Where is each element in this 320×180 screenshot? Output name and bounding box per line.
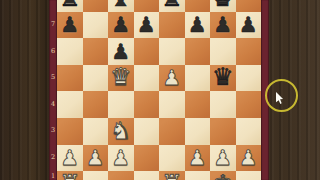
square-d6[interactable]: [134, 38, 160, 65]
square-d2[interactable]: [134, 145, 160, 172]
square-d1[interactable]: [134, 171, 160, 180]
white-rook-a1[interactable]: ♜: [59, 172, 81, 180]
square-d8[interactable]: [134, 0, 160, 12]
square-b2[interactable]: ♟: [83, 145, 109, 172]
rank-label-6: 6: [49, 48, 57, 55]
square-e3[interactable]: [159, 118, 185, 145]
square-g8[interactable]: ♚: [210, 0, 236, 12]
rank-label-7: 7: [49, 21, 57, 28]
square-c2[interactable]: ♟: [108, 145, 134, 172]
square-b8[interactable]: [83, 0, 109, 12]
square-f5[interactable]: [185, 65, 211, 92]
square-a6[interactable]: [57, 38, 83, 65]
black-pawn-f7[interactable]: ♟: [188, 15, 207, 36]
square-h1[interactable]: [236, 171, 262, 180]
rank-label-8: 8: [49, 0, 57, 1]
square-d4[interactable]: [134, 91, 160, 118]
square-e6[interactable]: [159, 38, 185, 65]
white-queen-c5[interactable]: ♛: [110, 65, 132, 89]
white-pawn-h2[interactable]: ♟: [239, 148, 258, 169]
white-pawn-e5[interactable]: ♟: [162, 68, 181, 89]
square-g6[interactable]: [210, 38, 236, 65]
square-f6[interactable]: [185, 38, 211, 65]
square-g1[interactable]: ♚: [210, 171, 236, 180]
square-h7[interactable]: ♟: [236, 12, 262, 39]
square-f7[interactable]: ♟: [185, 12, 211, 39]
square-h8[interactable]: [236, 0, 262, 12]
square-e2[interactable]: [159, 145, 185, 172]
square-g2[interactable]: ♟: [210, 145, 236, 172]
square-b4[interactable]: [83, 91, 109, 118]
square-a1[interactable]: ♜: [57, 171, 83, 180]
white-pawn-b2[interactable]: ♟: [86, 148, 105, 169]
rank-label-5: 5: [49, 74, 57, 81]
square-c7[interactable]: ♟: [108, 12, 134, 39]
rank-label-4: 4: [49, 101, 57, 108]
square-g5[interactable]: ♛: [210, 65, 236, 92]
square-c3[interactable]: ♞: [108, 118, 134, 145]
square-h2[interactable]: ♟: [236, 145, 262, 172]
square-a4[interactable]: [57, 91, 83, 118]
square-f8[interactable]: [185, 0, 211, 12]
video-frame-wood-background: ♜♝♜♚♟♟♟♟♟♟♟♛♟♛♞♟♟♟♟♟♟♜♜♚ 87654321: [0, 0, 320, 180]
square-c8[interactable]: ♝: [108, 0, 134, 12]
square-e5[interactable]: ♟: [159, 65, 185, 92]
white-king-g1[interactable]: ♚: [212, 172, 234, 180]
square-e8[interactable]: ♜: [159, 0, 185, 12]
square-b3[interactable]: [83, 118, 109, 145]
square-d5[interactable]: [134, 65, 160, 92]
square-c6[interactable]: ♟: [108, 38, 134, 65]
black-pawn-g7[interactable]: ♟: [213, 15, 232, 36]
square-b5[interactable]: [83, 65, 109, 92]
square-d7[interactable]: ♟: [134, 12, 160, 39]
square-f1[interactable]: [185, 171, 211, 180]
square-h3[interactable]: [236, 118, 262, 145]
white-pawn-g2[interactable]: ♟: [213, 148, 232, 169]
chess-board: ♜♝♜♚♟♟♟♟♟♟♟♛♟♛♞♟♟♟♟♟♟♜♜♚: [57, 0, 261, 180]
black-queen-g5[interactable]: ♛: [212, 65, 234, 89]
square-c1[interactable]: [108, 171, 134, 180]
square-f3[interactable]: [185, 118, 211, 145]
square-d3[interactable]: [134, 118, 160, 145]
black-pawn-c7[interactable]: ♟: [111, 15, 130, 36]
black-pawn-a7[interactable]: ♟: [60, 15, 79, 36]
white-knight-c3[interactable]: ♞: [110, 119, 132, 143]
square-e7[interactable]: [159, 12, 185, 39]
white-pawn-f2[interactable]: ♟: [188, 148, 207, 169]
white-rook-e1[interactable]: ♜: [161, 172, 183, 180]
square-g3[interactable]: [210, 118, 236, 145]
rank-label-3: 3: [49, 127, 57, 134]
board-left-border: 87654321: [49, 0, 57, 180]
black-rook-e8[interactable]: ♜: [161, 0, 183, 10]
square-b7[interactable]: [83, 12, 109, 39]
square-c5[interactable]: ♛: [108, 65, 134, 92]
square-a5[interactable]: [57, 65, 83, 92]
square-e1[interactable]: ♜: [159, 171, 185, 180]
black-rook-a8[interactable]: ♜: [59, 0, 81, 10]
square-h4[interactable]: [236, 91, 262, 118]
square-f4[interactable]: [185, 91, 211, 118]
square-a8[interactable]: ♜: [57, 0, 83, 12]
square-h6[interactable]: [236, 38, 262, 65]
square-a2[interactable]: ♟: [57, 145, 83, 172]
white-pawn-c2[interactable]: ♟: [111, 148, 130, 169]
square-g4[interactable]: [210, 91, 236, 118]
square-g7[interactable]: ♟: [210, 12, 236, 39]
black-pawn-h7[interactable]: ♟: [239, 15, 258, 36]
square-a7[interactable]: ♟: [57, 12, 83, 39]
black-pawn-d7[interactable]: ♟: [137, 15, 156, 36]
square-c4[interactable]: [108, 91, 134, 118]
rank-label-1: 1: [49, 173, 57, 180]
black-king-g8[interactable]: ♚: [212, 0, 234, 10]
square-h5[interactable]: [236, 65, 262, 92]
black-pawn-c6[interactable]: ♟: [111, 42, 130, 63]
square-a3[interactable]: [57, 118, 83, 145]
rank-label-2: 2: [49, 154, 57, 161]
white-pawn-a2[interactable]: ♟: [60, 148, 79, 169]
square-e4[interactable]: [159, 91, 185, 118]
square-b6[interactable]: [83, 38, 109, 65]
square-f2[interactable]: ♟: [185, 145, 211, 172]
square-b1[interactable]: [83, 171, 109, 180]
black-bishop-c8[interactable]: ♝: [110, 0, 132, 10]
cursor-highlight-ring: [265, 79, 298, 112]
